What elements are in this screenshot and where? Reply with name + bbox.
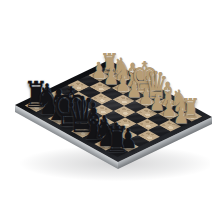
piece-coral-pawn: ♟: [173, 104, 189, 126]
chess-set-photo: ♜♞♝♛♚♝♞♜♟♟♟♟♟♟♟♟♟♟♟♟♟♟♟♟♜♞♝♛♚♝♞♜: [0, 0, 220, 220]
pieces-layer: ♜♞♝♛♚♝♞♜♟♟♟♟♟♟♟♟♟♟♟♟♟♟♟♟♜♞♝♛♚♝♞♜: [0, 0, 220, 220]
piece-black-rook: ♜: [104, 122, 129, 158]
